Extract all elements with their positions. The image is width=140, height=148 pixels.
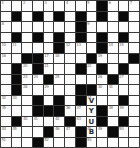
black-cell	[33, 106, 43, 116]
grid-cell[interactable]: 2	[22, 1, 32, 11]
grid-cell[interactable]: 18	[54, 54, 64, 64]
grid-cell[interactable]	[22, 12, 32, 22]
grid-cell[interactable]	[65, 54, 75, 64]
grid-cell[interactable]: 4	[65, 1, 75, 11]
grid-cell[interactable]	[87, 33, 97, 43]
black-cell	[33, 12, 43, 22]
grid-cell[interactable]: 11	[12, 43, 22, 53]
grid-cell[interactable]: 48B	[87, 127, 97, 137]
black-cell	[54, 12, 64, 22]
clue-number: 32	[2, 96, 6, 100]
clue-number: 1	[2, 1, 4, 5]
clue-number: 31	[108, 85, 112, 89]
grid-cell[interactable]: 14	[108, 43, 118, 53]
clue-number: 30	[98, 85, 102, 89]
clue-number: 5	[87, 1, 89, 5]
clue-number: 26	[98, 75, 102, 79]
grid-cell[interactable]	[129, 22, 139, 32]
grid-cell[interactable]	[65, 33, 75, 43]
clue-number: 40	[23, 117, 27, 121]
grid-cell[interactable]	[76, 54, 86, 64]
grid-cell[interactable]: 45	[12, 127, 22, 137]
grid-cell[interactable]	[119, 85, 129, 95]
clue-number: 51	[2, 138, 6, 142]
grid-cell[interactable]: U	[87, 117, 97, 127]
grid-cell[interactable]	[33, 1, 43, 11]
grid-cell[interactable]	[97, 22, 107, 32]
grid-cell[interactable]	[65, 12, 75, 22]
grid-cell[interactable]	[44, 22, 54, 32]
grid-cell[interactable]	[54, 22, 64, 32]
grid-cell[interactable]: 51	[1, 138, 11, 148]
grid-cell[interactable]: 32	[1, 96, 11, 106]
black-cell	[129, 54, 139, 64]
grid-cell[interactable]	[22, 127, 32, 137]
black-cell	[87, 85, 97, 95]
grid-cell[interactable]: 33	[12, 96, 22, 106]
grid-cell[interactable]	[22, 22, 32, 32]
clue-number: 27	[119, 75, 123, 79]
grid-cell[interactable]: 47	[65, 127, 75, 137]
grid-cell[interactable]: 37	[76, 106, 86, 116]
clue-number: 23	[23, 75, 27, 79]
black-cell	[76, 33, 86, 43]
grid-cell[interactable]	[12, 138, 22, 148]
grid-cell[interactable]	[54, 64, 64, 74]
grid-cell[interactable]: 12	[65, 43, 75, 53]
grid-cell[interactable]: 53	[87, 138, 97, 148]
clue-number: 16	[2, 54, 6, 58]
grid-cell[interactable]	[44, 117, 54, 127]
clue-number: 34	[87, 96, 91, 100]
grid-cell[interactable]: 8	[1, 22, 11, 32]
grid-cell[interactable]: 3	[44, 1, 54, 11]
grid-cell[interactable]	[22, 33, 32, 43]
grid-cell[interactable]: 41	[33, 117, 43, 127]
black-cell	[12, 85, 22, 95]
grid-cell[interactable]	[65, 85, 75, 95]
grid-cell[interactable]: 39	[119, 106, 129, 116]
grid-cell[interactable]: 9	[87, 22, 97, 32]
grid-cell[interactable]: 36	[65, 106, 75, 116]
clue-number: 13	[76, 43, 80, 47]
black-cell	[119, 33, 129, 43]
black-cell	[97, 33, 107, 43]
grid-cell[interactable]: 49	[97, 127, 107, 137]
grid-cell[interactable]	[65, 64, 75, 74]
grid-cell[interactable]	[22, 43, 32, 53]
grid-cell[interactable]	[33, 22, 43, 32]
clue-number: 24	[34, 75, 38, 79]
black-cell	[54, 96, 64, 106]
grid-cell[interactable]	[87, 12, 97, 22]
grid-cell[interactable]	[119, 54, 129, 64]
clue-number: 3	[44, 1, 46, 5]
clue-number: 52	[44, 138, 48, 142]
clue-number: 15	[119, 43, 123, 47]
grid-cell[interactable]: 35	[1, 106, 11, 116]
black-cell	[54, 106, 64, 116]
clue-number: 22	[87, 64, 91, 68]
clue-number: 9	[87, 22, 89, 26]
black-cell	[76, 22, 86, 32]
grid-cell[interactable]	[54, 85, 64, 95]
black-cell	[119, 117, 129, 127]
clue-number: 44	[2, 127, 6, 131]
black-cell	[76, 138, 86, 148]
grid-cell[interactable]	[44, 43, 54, 53]
black-cell	[33, 64, 43, 74]
grid-cell[interactable]: 1	[1, 1, 11, 11]
clue-number: 11	[12, 43, 16, 47]
grid-cell[interactable]	[129, 64, 139, 74]
black-cell	[54, 33, 64, 43]
grid-cell[interactable]	[119, 1, 129, 11]
clue-number: 33	[12, 96, 16, 100]
grid-cell[interactable]	[12, 22, 22, 32]
grid-cell[interactable]	[97, 138, 107, 148]
black-cell	[33, 33, 43, 43]
black-cell	[12, 64, 22, 74]
black-cell	[33, 54, 43, 64]
clue-number: 49	[98, 127, 102, 131]
clue-number: 6	[108, 1, 110, 5]
grid-cell[interactable]	[129, 43, 139, 53]
grid-cell[interactable]	[108, 22, 118, 32]
clue-number: 43	[76, 117, 80, 121]
black-cell	[87, 54, 97, 64]
black-cell	[97, 64, 107, 74]
clue-number: 37	[76, 106, 80, 110]
grid-cell[interactable]: 21	[44, 64, 54, 74]
grid-cell[interactable]: 23	[22, 75, 32, 85]
grid-cell[interactable]: 13	[76, 43, 86, 53]
grid-cell[interactable]: 26	[97, 75, 107, 85]
grid-cell[interactable]	[12, 1, 22, 11]
clue-number: 14	[108, 43, 112, 47]
clue-number: 19	[98, 54, 102, 58]
clue-number: 39	[119, 106, 123, 110]
grid-cell[interactable]	[44, 96, 54, 106]
black-cell	[97, 12, 107, 22]
black-cell	[44, 106, 54, 116]
grid-cell[interactable]	[108, 117, 118, 127]
black-cell	[76, 127, 86, 137]
black-cell	[76, 96, 86, 106]
grid-cell[interactable]: 16	[1, 54, 11, 64]
grid-cell[interactable]: 24	[33, 75, 43, 85]
black-cell	[119, 64, 129, 74]
grid-cell[interactable]: 5	[87, 1, 97, 11]
grid-cell[interactable]	[87, 75, 97, 85]
grid-cell[interactable]	[129, 138, 139, 148]
black-cell	[108, 127, 118, 137]
grid-cell[interactable]	[76, 75, 86, 85]
clue-number: 21	[44, 64, 48, 68]
clue-number: 7	[130, 1, 132, 5]
grid-cell[interactable]: 50	[119, 127, 129, 137]
grid-cell[interactable]: 52	[44, 138, 54, 148]
grid-cell[interactable]	[119, 22, 129, 32]
grid-cell[interactable]: 20	[22, 64, 32, 74]
entered-letter: U	[87, 117, 97, 127]
grid-cell[interactable]	[1, 64, 11, 74]
grid-cell[interactable]: 46	[54, 127, 64, 137]
grid-cell[interactable]	[65, 96, 75, 106]
clue-number: 38	[108, 106, 112, 110]
clue-number: 8	[2, 22, 4, 26]
clue-number: 41	[34, 117, 38, 121]
clue-number: 10	[2, 43, 6, 47]
clue-number: 36	[66, 106, 70, 110]
grid-cell[interactable]	[129, 75, 139, 85]
grid-cell[interactable]: 38	[108, 106, 118, 116]
grid-cell[interactable]	[12, 54, 22, 64]
grid-cell[interactable]	[108, 12, 118, 22]
grid-cell[interactable]	[22, 106, 32, 116]
clue-number: 47	[66, 127, 70, 131]
grid-cell[interactable]	[1, 85, 11, 95]
grid-cell[interactable]	[1, 75, 11, 85]
clue-number: 25	[55, 75, 59, 79]
grid-cell[interactable]	[1, 33, 11, 43]
grid-cell[interactable]	[44, 33, 54, 43]
black-cell	[76, 64, 86, 74]
grid-cell[interactable]: 31	[108, 85, 118, 95]
clue-number: 35	[2, 106, 6, 110]
grid-cell[interactable]: 22	[87, 64, 97, 74]
grid-cell[interactable]: 7	[129, 1, 139, 11]
clue-number: 29	[44, 85, 48, 89]
clue-number: 12	[66, 43, 70, 47]
grid-cell[interactable]	[108, 138, 118, 148]
grid-cell[interactable]	[87, 43, 97, 53]
grid-cell[interactable]	[76, 1, 86, 11]
grid-cell[interactable]: 40	[22, 117, 32, 127]
black-cell	[12, 75, 22, 85]
grid-cell[interactable]	[129, 85, 139, 95]
black-cell	[65, 117, 75, 127]
grid-cell[interactable]: 28	[22, 85, 32, 95]
black-cell	[12, 33, 22, 43]
grid-cell[interactable]	[119, 138, 129, 148]
clue-number: 17	[44, 54, 48, 58]
grid-cell[interactable]	[108, 33, 118, 43]
black-cell	[33, 96, 43, 106]
grid-cell[interactable]	[129, 12, 139, 22]
grid-cell[interactable]	[129, 106, 139, 116]
grid-cell[interactable]	[108, 64, 118, 74]
clue-number: 45	[12, 127, 16, 131]
grid-cell[interactable]	[97, 96, 107, 106]
grid-cell[interactable]	[44, 12, 54, 22]
crossword-grid: 1234567891011121314151617181920212223242…	[0, 0, 140, 148]
black-cell	[12, 12, 22, 22]
grid-cell[interactable]	[108, 96, 118, 106]
grid-cell[interactable]: 25	[54, 75, 64, 85]
grid-cell[interactable]: 10	[1, 43, 11, 53]
grid-cell[interactable]: 27	[119, 75, 129, 85]
clue-number: 53	[87, 138, 91, 142]
grid-cell[interactable]	[1, 12, 11, 22]
clue-number: 42	[55, 117, 59, 121]
grid-cell[interactable]: 29	[44, 85, 54, 95]
grid-cell[interactable]	[129, 117, 139, 127]
grid-cell[interactable]: 44	[1, 127, 11, 137]
grid-cell[interactable]: 15	[119, 43, 129, 53]
grid-cell[interactable]	[12, 106, 22, 116]
black-cell	[97, 106, 107, 116]
clue-number: 28	[23, 85, 27, 89]
clue-number: 46	[55, 127, 59, 131]
grid-cell[interactable]	[129, 33, 139, 43]
black-cell	[108, 75, 118, 85]
clue-number: 48	[87, 127, 91, 131]
grid-cell[interactable]	[129, 96, 139, 106]
black-cell	[97, 1, 107, 11]
grid-cell[interactable]	[22, 96, 32, 106]
black-cell	[76, 12, 86, 22]
black-cell	[12, 117, 22, 127]
grid-cell[interactable]: 43	[76, 117, 86, 127]
black-cell	[119, 12, 129, 22]
grid-cell[interactable]	[33, 43, 43, 53]
black-cell	[119, 96, 129, 106]
black-cell	[76, 85, 86, 95]
grid-cell[interactable]: 17	[44, 54, 54, 64]
clue-number: 18	[55, 54, 59, 58]
black-cell	[97, 43, 107, 53]
grid-cell[interactable]	[33, 85, 43, 95]
black-cell	[22, 54, 32, 64]
grid-cell[interactable]: Y	[87, 106, 97, 116]
grid-cell[interactable]: 19	[97, 54, 107, 64]
grid-cell[interactable]: 30	[97, 85, 107, 95]
grid-cell[interactable]: 6	[108, 1, 118, 11]
black-cell	[97, 117, 107, 127]
clue-number: 4	[66, 1, 68, 5]
entered-letter: Y	[87, 106, 97, 116]
grid-cell[interactable]	[54, 138, 64, 148]
black-cell	[44, 127, 54, 137]
grid-cell[interactable]	[108, 54, 118, 64]
clue-number: 2	[23, 1, 25, 5]
black-cell	[33, 138, 43, 148]
grid-cell[interactable]	[65, 75, 75, 85]
clue-number: 20	[23, 64, 27, 68]
black-cell	[44, 75, 54, 85]
black-cell	[54, 43, 64, 53]
grid-cell[interactable]: 34V	[87, 96, 97, 106]
grid-cell[interactable]	[65, 22, 75, 32]
grid-cell[interactable]	[54, 1, 64, 11]
clue-number: 50	[119, 127, 123, 131]
grid-cell[interactable]: 42	[54, 117, 64, 127]
grid-cell[interactable]	[129, 127, 139, 137]
grid-cell[interactable]	[22, 138, 32, 148]
grid-cell[interactable]	[1, 117, 11, 127]
grid-cell[interactable]	[33, 127, 43, 137]
grid-cell[interactable]	[65, 138, 75, 148]
